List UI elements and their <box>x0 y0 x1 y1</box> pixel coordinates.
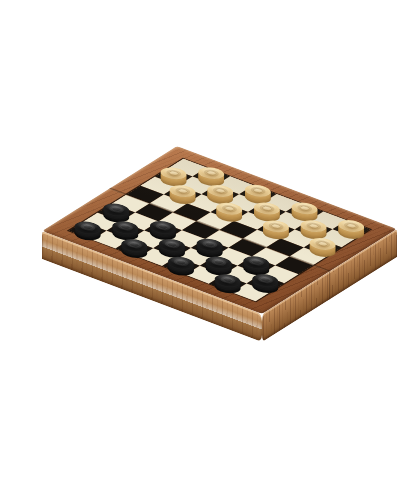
black-checker-r7c0[interactable] <box>70 219 106 236</box>
cream-checker-r0c5[interactable] <box>287 200 323 217</box>
cream-checker-r0c3[interactable] <box>240 182 276 199</box>
cream-checker-r0c7[interactable] <box>334 217 370 234</box>
cream-checker-r1c4[interactable] <box>249 200 285 217</box>
cream-checker-r2c7[interactable] <box>305 235 341 252</box>
cream-checker-r1c6[interactable] <box>296 218 332 235</box>
black-checker-r7c6[interactable] <box>210 272 246 289</box>
black-checker-r5c6[interactable] <box>239 254 275 271</box>
black-checker-r5c2[interactable] <box>145 218 181 235</box>
cream-checker-r2c1[interactable] <box>165 183 201 200</box>
cream-checker-r2c5[interactable] <box>258 218 294 235</box>
cream-checker-r1c2[interactable] <box>203 182 239 199</box>
black-checker-r6c5[interactable] <box>201 254 237 271</box>
cream-checker-r2c3[interactable] <box>212 200 248 217</box>
black-checker-r7c4[interactable] <box>163 254 199 271</box>
black-checker-r6c3[interactable] <box>154 236 190 253</box>
black-checker-r5c4[interactable] <box>192 236 228 253</box>
black-checker-r6c7[interactable] <box>248 271 284 288</box>
product-photo-scene <box>0 0 416 491</box>
black-checker-r7c2[interactable] <box>117 236 153 253</box>
cream-checker-r1c0[interactable] <box>156 165 192 182</box>
cream-checker-r0c1[interactable] <box>194 165 230 182</box>
black-checker-r5c0[interactable] <box>99 201 135 218</box>
black-checker-r6c1[interactable] <box>108 219 144 236</box>
fold-seam-side <box>329 271 330 300</box>
